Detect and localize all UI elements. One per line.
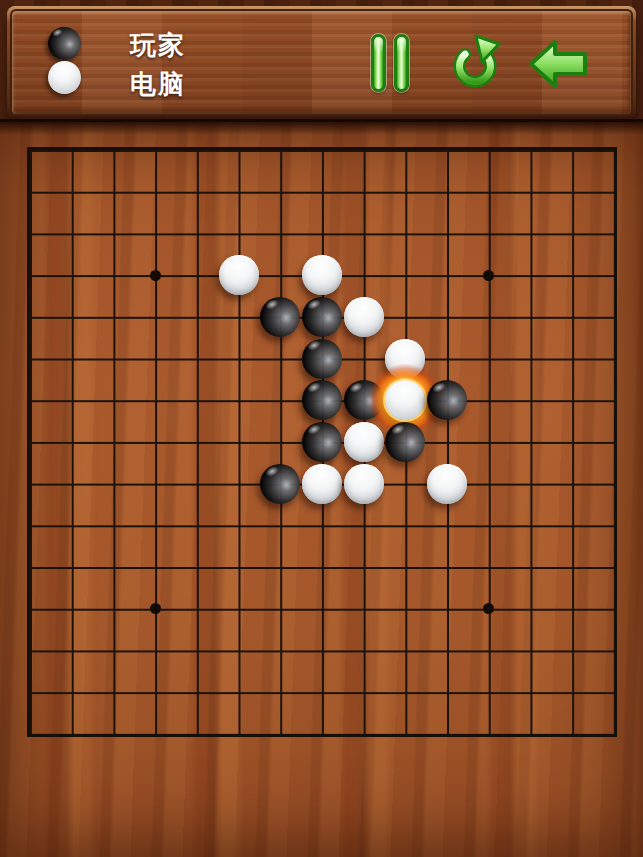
back-arrow-icon (528, 38, 588, 90)
pause-button[interactable] (366, 34, 414, 92)
stone-black (302, 422, 342, 462)
stone-black (302, 297, 342, 337)
white-stone-icon (48, 61, 81, 94)
star-point (150, 270, 161, 281)
header-panel-frame: 玩家 电脑 (10, 9, 633, 116)
computer-label: 电脑 (130, 67, 186, 101)
stone-black (302, 380, 342, 420)
gomoku-app: 玩家 电脑 (0, 0, 643, 857)
stone-black (260, 464, 300, 504)
black-stone-icon (48, 27, 81, 60)
pause-icon (371, 34, 386, 92)
undo-button[interactable] (446, 35, 504, 91)
star-point (483, 603, 494, 614)
star-point (483, 270, 494, 281)
stone-white (302, 464, 342, 504)
stone-white (344, 464, 384, 504)
star-point (150, 603, 161, 614)
stone-black (427, 380, 467, 420)
stone-black (260, 297, 300, 337)
stone-white (344, 422, 384, 462)
header-panel-face: 玩家 电脑 (12, 11, 631, 114)
undo-icon (446, 35, 504, 91)
stone-white (302, 255, 342, 295)
stone-white (427, 464, 467, 504)
player-label: 玩家 (130, 28, 186, 62)
board-grid[interactable] (27, 147, 617, 737)
header-panel: 玩家 电脑 (7, 6, 636, 119)
back-button[interactable] (528, 38, 588, 90)
stone-white (344, 297, 384, 337)
stone-black (385, 422, 425, 462)
stone-black (302, 339, 342, 379)
stone-white (219, 255, 259, 295)
